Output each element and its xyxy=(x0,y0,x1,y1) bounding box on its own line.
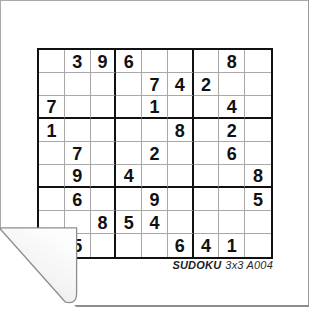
cell-r5c6-empty[interactable] xyxy=(168,142,194,165)
cell-r3c2-empty[interactable] xyxy=(65,96,91,119)
cell-r2c5-given: 7 xyxy=(142,73,168,96)
cell-r3c5-given: 1 xyxy=(142,96,168,119)
cell-r2c2-empty[interactable] xyxy=(65,73,91,96)
cell-r2c3-empty[interactable] xyxy=(91,73,117,96)
cell-r7c8-empty[interactable] xyxy=(219,188,245,211)
cell-r6c2-given: 9 xyxy=(65,165,91,188)
cell-r9c7-given: 4 xyxy=(194,234,220,257)
cell-r2c1-empty[interactable] xyxy=(39,73,65,96)
cell-r1c1-empty[interactable] xyxy=(39,50,65,73)
cell-r4c8-given: 2 xyxy=(219,119,245,142)
cell-r7c6-empty[interactable] xyxy=(168,188,194,211)
puzzle-caption: SUDOKU3x3 A004 xyxy=(172,259,273,271)
cell-r1c8-given: 8 xyxy=(219,50,245,73)
cell-r2c7-given: 2 xyxy=(194,73,220,96)
cell-r3c3-empty[interactable] xyxy=(91,96,117,119)
cell-r3c4-empty[interactable] xyxy=(116,96,142,119)
cell-r9c8-given: 1 xyxy=(219,234,245,257)
cell-r7c9-given: 5 xyxy=(245,188,271,211)
cell-r2c9-empty[interactable] xyxy=(245,73,271,96)
cell-r7c2-given: 6 xyxy=(65,188,91,211)
cell-r1c2-given: 3 xyxy=(65,50,91,73)
cell-r2c6-given: 4 xyxy=(168,73,194,96)
cell-r6c8-empty[interactable] xyxy=(219,165,245,188)
cell-r5c8-given: 6 xyxy=(219,142,245,165)
cell-r3c6-empty[interactable] xyxy=(168,96,194,119)
cell-r5c7-empty[interactable] xyxy=(194,142,220,165)
cell-r9c9-empty[interactable] xyxy=(245,234,271,257)
cell-r9c5-empty[interactable] xyxy=(142,234,168,257)
cell-r1c7-empty[interactable] xyxy=(194,50,220,73)
cell-r6c3-empty[interactable] xyxy=(91,165,117,188)
cell-r9c1-empty[interactable] xyxy=(39,234,65,257)
cell-r6c1-empty[interactable] xyxy=(39,165,65,188)
cell-r6c5-empty[interactable] xyxy=(142,165,168,188)
cell-r7c5-given: 9 xyxy=(142,188,168,211)
cell-r4c4-empty[interactable] xyxy=(116,119,142,142)
cell-r9c2-given: 5 xyxy=(65,234,91,257)
cell-r5c5-given: 2 xyxy=(142,142,168,165)
cell-r6c7-empty[interactable] xyxy=(194,165,220,188)
brand-label: SUDOKU xyxy=(172,259,221,271)
cell-r4c2-empty[interactable] xyxy=(65,119,91,142)
cell-r4c1-given: 1 xyxy=(39,119,65,142)
edition-label: 3x3 A004 xyxy=(225,259,273,271)
cell-r8c5-given: 4 xyxy=(142,211,168,234)
cell-r9c4-empty[interactable] xyxy=(116,234,142,257)
cell-r3c7-empty[interactable] xyxy=(194,96,220,119)
cell-r8c9-empty[interactable] xyxy=(245,211,271,234)
cell-r1c9-empty[interactable] xyxy=(245,50,271,73)
cell-r7c1-empty[interactable] xyxy=(39,188,65,211)
cell-r8c7-empty[interactable] xyxy=(194,211,220,234)
cell-r8c2-empty[interactable] xyxy=(65,211,91,234)
cell-r9c3-empty[interactable] xyxy=(91,234,117,257)
cell-r5c4-empty[interactable] xyxy=(116,142,142,165)
cell-r4c3-empty[interactable] xyxy=(91,119,117,142)
cell-r6c4-given: 4 xyxy=(116,165,142,188)
cell-r8c3-given: 8 xyxy=(91,211,117,234)
sudoku-grid: 39687427141827269486958545641 xyxy=(37,48,273,259)
cell-r8c6-empty[interactable] xyxy=(168,211,194,234)
cell-r8c8-empty[interactable] xyxy=(219,211,245,234)
cell-r5c2-given: 7 xyxy=(65,142,91,165)
puzzle-page: 39687427141827269486958545641 SUDOKU3x3 … xyxy=(0,0,310,310)
cell-r4c7-empty[interactable] xyxy=(194,119,220,142)
cell-r4c9-empty[interactable] xyxy=(245,119,271,142)
cell-r1c3-given: 9 xyxy=(91,50,117,73)
cell-r2c8-empty[interactable] xyxy=(219,73,245,96)
cell-r4c6-given: 8 xyxy=(168,119,194,142)
cell-r8c4-given: 5 xyxy=(116,211,142,234)
cell-r3c9-empty[interactable] xyxy=(245,96,271,119)
cell-r5c1-empty[interactable] xyxy=(39,142,65,165)
cell-r5c9-empty[interactable] xyxy=(245,142,271,165)
cell-r9c6-given: 6 xyxy=(168,234,194,257)
cell-r6c6-empty[interactable] xyxy=(168,165,194,188)
cell-r7c3-empty[interactable] xyxy=(91,188,117,211)
cell-r4c5-empty[interactable] xyxy=(142,119,168,142)
cell-r3c8-given: 4 xyxy=(219,96,245,119)
cell-r2c4-empty[interactable] xyxy=(116,73,142,96)
cell-r7c7-empty[interactable] xyxy=(194,188,220,211)
cell-r6c9-given: 8 xyxy=(245,165,271,188)
cell-r1c6-empty[interactable] xyxy=(168,50,194,73)
cell-r1c4-given: 6 xyxy=(116,50,142,73)
cell-r3c1-given: 7 xyxy=(39,96,65,119)
cell-r1c5-empty[interactable] xyxy=(142,50,168,73)
cell-r7c4-empty[interactable] xyxy=(116,188,142,211)
cell-r8c1-empty[interactable] xyxy=(39,211,65,234)
cell-r5c3-empty[interactable] xyxy=(91,142,117,165)
